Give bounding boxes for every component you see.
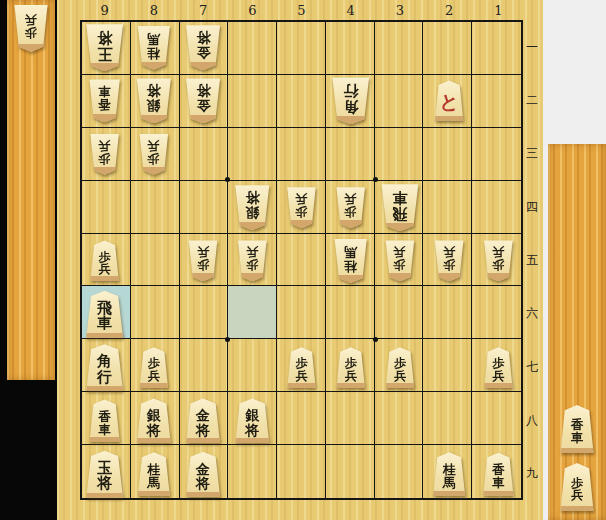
file-label-6: 6 xyxy=(248,3,256,18)
square-2七[interactable] xyxy=(423,339,472,392)
square-4六[interactable] xyxy=(326,286,375,339)
square-6七[interactable] xyxy=(228,339,277,392)
sente-piece-stand: 香車歩兵 xyxy=(548,144,606,520)
shogi-board: 987654321 一二三四五六七八九 王将桂馬金将香車銀将金将角行と歩兵歩兵銀… xyxy=(57,0,543,520)
square-6三[interactable] xyxy=(228,128,277,181)
piece-gote-歩兵-25[interactable]: 歩兵 xyxy=(434,240,465,281)
square-4八[interactable] xyxy=(326,392,375,445)
piece-sente-歩兵-47[interactable]: 歩兵 xyxy=(335,347,366,388)
piece-sente-香車-98[interactable]: 香車 xyxy=(88,399,121,442)
square-6六[interactable] xyxy=(228,286,277,339)
square-3八[interactable] xyxy=(375,392,424,445)
file-label-4: 4 xyxy=(347,3,355,18)
square-6九[interactable] xyxy=(228,445,277,498)
piece-sente-歩兵-87[interactable]: 歩兵 xyxy=(138,347,169,388)
piece-gote-角行-42[interactable]: 角行 xyxy=(331,77,371,124)
rank-label-九: 九 xyxy=(526,465,538,482)
piece-sente-銀将-68[interactable]: 銀将 xyxy=(234,398,271,443)
square-7三[interactable] xyxy=(180,128,229,181)
file-label-2: 2 xyxy=(445,3,453,18)
piece-gote-歩兵-44[interactable]: 歩兵 xyxy=(335,187,366,228)
piece-sente-角行-97[interactable]: 角行 xyxy=(85,344,125,391)
square-6二[interactable] xyxy=(228,75,277,128)
piece-sente-銀将-88[interactable]: 銀将 xyxy=(135,398,172,443)
piece-gote-金将-71[interactable]: 金将 xyxy=(185,25,222,70)
square-5五[interactable] xyxy=(277,234,326,287)
piece-sente-玉将-99[interactable]: 玉将 xyxy=(85,451,125,498)
piece-sente-金将-78[interactable]: 金将 xyxy=(185,398,222,443)
hand-piece-gote-歩兵[interactable]: 歩兵 xyxy=(13,5,49,52)
square-2四[interactable] xyxy=(423,181,472,234)
square-3六[interactable] xyxy=(375,286,424,339)
piece-gote-香車-92[interactable]: 香車 xyxy=(88,79,121,122)
piece-gote-飛車-34[interactable]: 飛車 xyxy=(380,184,420,231)
square-4一[interactable] xyxy=(326,22,375,75)
piece-gote-金将-72[interactable]: 金将 xyxy=(185,78,222,123)
rank-label-二: 二 xyxy=(526,91,538,108)
square-2三[interactable] xyxy=(423,128,472,181)
piece-gote-歩兵-75[interactable]: 歩兵 xyxy=(188,240,219,281)
square-9四[interactable] xyxy=(82,181,131,234)
piece-sente-桂馬-29[interactable]: 桂馬 xyxy=(432,452,467,496)
piece-gote-歩兵-93[interactable]: 歩兵 xyxy=(89,134,120,175)
file-label-1: 1 xyxy=(494,3,502,18)
square-8四[interactable] xyxy=(131,181,180,234)
piece-gote-歩兵-15[interactable]: 歩兵 xyxy=(483,240,514,281)
square-2一[interactable] xyxy=(423,22,472,75)
rank-label-四: 四 xyxy=(526,198,538,215)
gote-piece-stand: 歩兵 xyxy=(7,0,55,380)
file-label-3: 3 xyxy=(396,3,404,18)
piece-sente-歩兵-17[interactable]: 歩兵 xyxy=(483,347,514,388)
square-3二[interactable] xyxy=(375,75,424,128)
square-3九[interactable] xyxy=(375,445,424,498)
piece-sente-歩兵-37[interactable]: 歩兵 xyxy=(384,347,415,388)
square-8六[interactable] xyxy=(131,286,180,339)
piece-gote-歩兵-54[interactable]: 歩兵 xyxy=(286,187,317,228)
file-label-5: 5 xyxy=(297,3,305,18)
piece-sente-桂馬-89[interactable]: 桂馬 xyxy=(136,452,171,496)
piece-sente-歩兵-57[interactable]: 歩兵 xyxy=(286,347,317,388)
piece-sente-飛車-96[interactable]: 飛車 xyxy=(85,291,125,338)
rank-label-八: 八 xyxy=(526,411,538,428)
file-label-7: 7 xyxy=(199,3,207,18)
piece-sente-歩兵-95[interactable]: 歩兵 xyxy=(89,240,120,281)
piece-gote-桂馬-45[interactable]: 桂馬 xyxy=(333,239,368,283)
square-1二[interactable] xyxy=(472,75,521,128)
square-3一[interactable] xyxy=(375,22,424,75)
square-5九[interactable] xyxy=(277,445,326,498)
piece-sente-と-22[interactable]: と xyxy=(434,80,465,121)
square-7七[interactable] xyxy=(180,339,229,392)
piece-sente-金将-79[interactable]: 金将 xyxy=(185,452,222,497)
rank-label-三: 三 xyxy=(526,145,538,162)
hand-piece-sente-歩兵[interactable]: 歩兵 xyxy=(559,463,595,511)
square-5三[interactable] xyxy=(277,128,326,181)
square-5六[interactable] xyxy=(277,286,326,339)
shogi-app: 987654321 一二三四五六七八九 王将桂馬金将香車銀将金将角行と歩兵歩兵銀… xyxy=(0,0,606,520)
piece-gote-歩兵-65[interactable]: 歩兵 xyxy=(237,240,268,281)
piece-sente-香車-19[interactable]: 香車 xyxy=(482,453,515,496)
piece-gote-王将-91[interactable]: 王将 xyxy=(85,24,125,71)
square-1四[interactable] xyxy=(472,181,521,234)
square-1一[interactable] xyxy=(472,22,521,75)
rank-label-七: 七 xyxy=(526,358,538,375)
square-2六[interactable] xyxy=(423,286,472,339)
square-6一[interactable] xyxy=(228,22,277,75)
square-5二[interactable] xyxy=(277,75,326,128)
file-label-8: 8 xyxy=(150,3,158,18)
square-7四[interactable] xyxy=(180,181,229,234)
square-8五[interactable] xyxy=(131,234,180,287)
piece-gote-銀将-82[interactable]: 銀将 xyxy=(135,78,172,123)
hand-piece-sente-香車[interactable]: 香車 xyxy=(559,405,595,453)
square-2八[interactable] xyxy=(423,392,472,445)
square-3三[interactable] xyxy=(375,128,424,181)
piece-gote-歩兵-83[interactable]: 歩兵 xyxy=(138,134,169,175)
square-5八[interactable] xyxy=(277,392,326,445)
square-1六[interactable] xyxy=(472,286,521,339)
square-1八[interactable] xyxy=(472,392,521,445)
piece-gote-桂馬-81[interactable]: 桂馬 xyxy=(136,26,171,70)
rank-label-五: 五 xyxy=(526,251,538,268)
file-label-9: 9 xyxy=(100,3,108,18)
rank-label-六: 六 xyxy=(526,305,538,322)
square-1三[interactable] xyxy=(472,128,521,181)
piece-gote-歩兵-35[interactable]: 歩兵 xyxy=(384,240,415,281)
square-4九[interactable] xyxy=(326,445,375,498)
rank-label-一: 一 xyxy=(526,38,538,55)
square-5一[interactable] xyxy=(277,22,326,75)
square-4三[interactable] xyxy=(326,128,375,181)
square-7六[interactable] xyxy=(180,286,229,339)
piece-gote-銀将-64[interactable]: 銀将 xyxy=(234,185,271,230)
